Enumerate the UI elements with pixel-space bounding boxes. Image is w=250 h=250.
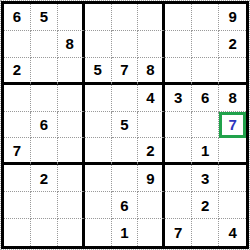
cell-r4c2[interactable] bbox=[31, 85, 58, 112]
cell-r5c5[interactable]: 5 bbox=[112, 112, 139, 139]
cell-r6c3[interactable] bbox=[58, 138, 85, 165]
cell-r8c4[interactable] bbox=[85, 192, 112, 219]
cell-r1c3[interactable] bbox=[58, 4, 85, 31]
cell-r9c3[interactable] bbox=[58, 219, 85, 246]
cell-r4c4[interactable] bbox=[85, 85, 112, 112]
cell-r4c8[interactable]: 6 bbox=[192, 85, 219, 112]
cell-r1c6[interactable] bbox=[138, 4, 165, 31]
cell-r6c7[interactable] bbox=[165, 138, 192, 165]
cell-r5c7[interactable] bbox=[165, 112, 192, 139]
selected-cell-r5c9[interactable]: 7 bbox=[219, 112, 246, 139]
cell-r6c4[interactable] bbox=[85, 138, 112, 165]
cell-r2c5[interactable] bbox=[112, 31, 139, 58]
cell-r7c9[interactable] bbox=[219, 165, 246, 192]
cell-r7c3[interactable] bbox=[58, 165, 85, 192]
cell-r8c3[interactable] bbox=[58, 192, 85, 219]
sudoku-board: 659822578436865772129362174 bbox=[1, 1, 249, 249]
cell-r5c1[interactable] bbox=[4, 112, 31, 139]
cell-r9c4[interactable] bbox=[85, 219, 112, 246]
cell-r1c1[interactable]: 6 bbox=[4, 4, 31, 31]
cell-r9c1[interactable] bbox=[4, 219, 31, 246]
cell-r6c1[interactable]: 7 bbox=[4, 138, 31, 165]
cell-r2c1[interactable] bbox=[4, 31, 31, 58]
cell-r9c2[interactable] bbox=[31, 219, 58, 246]
cell-r3c3[interactable] bbox=[58, 58, 85, 85]
cell-r4c9[interactable]: 8 bbox=[219, 85, 246, 112]
cell-r1c9[interactable]: 9 bbox=[219, 4, 246, 31]
cell-r6c5[interactable] bbox=[112, 138, 139, 165]
cell-r6c8[interactable]: 1 bbox=[192, 138, 219, 165]
cell-r1c5[interactable] bbox=[112, 4, 139, 31]
cell-r2c4[interactable] bbox=[85, 31, 112, 58]
cell-r1c2[interactable]: 5 bbox=[31, 4, 58, 31]
cell-r2c9[interactable]: 2 bbox=[219, 31, 246, 58]
cell-r2c8[interactable] bbox=[192, 31, 219, 58]
cell-r4c3[interactable] bbox=[58, 85, 85, 112]
cell-r3c4[interactable]: 5 bbox=[85, 58, 112, 85]
cell-r8c7[interactable] bbox=[165, 192, 192, 219]
cell-r3c2[interactable] bbox=[31, 58, 58, 85]
cell-r5c3[interactable] bbox=[58, 112, 85, 139]
cell-r4c7[interactable]: 3 bbox=[165, 85, 192, 112]
cell-r2c2[interactable] bbox=[31, 31, 58, 58]
cell-r3c8[interactable] bbox=[192, 58, 219, 85]
sudoku-board-frame: 659822578436865772129362174 bbox=[0, 0, 250, 250]
cell-r4c6[interactable]: 4 bbox=[138, 85, 165, 112]
cell-r2c3[interactable]: 8 bbox=[58, 31, 85, 58]
cell-r7c4[interactable] bbox=[85, 165, 112, 192]
cell-r4c5[interactable] bbox=[112, 85, 139, 112]
cell-r7c6[interactable]: 9 bbox=[138, 165, 165, 192]
cell-r8c8[interactable]: 2 bbox=[192, 192, 219, 219]
cell-r3c9[interactable] bbox=[219, 58, 246, 85]
cell-r3c5[interactable]: 7 bbox=[112, 58, 139, 85]
cell-r8c9[interactable] bbox=[219, 192, 246, 219]
cell-r1c7[interactable] bbox=[165, 4, 192, 31]
cell-r7c1[interactable] bbox=[4, 165, 31, 192]
cell-r9c9[interactable]: 4 bbox=[219, 219, 246, 246]
cell-r7c7[interactable] bbox=[165, 165, 192, 192]
cell-r9c5[interactable]: 1 bbox=[112, 219, 139, 246]
cell-r1c4[interactable] bbox=[85, 4, 112, 31]
cell-r3c1[interactable]: 2 bbox=[4, 58, 31, 85]
cell-r7c8[interactable]: 3 bbox=[192, 165, 219, 192]
cell-r3c6[interactable]: 8 bbox=[138, 58, 165, 85]
cell-r8c5[interactable]: 6 bbox=[112, 192, 139, 219]
cell-r5c8[interactable] bbox=[192, 112, 219, 139]
cell-r6c2[interactable] bbox=[31, 138, 58, 165]
cell-r9c7[interactable]: 7 bbox=[165, 219, 192, 246]
cell-r5c2[interactable]: 6 bbox=[31, 112, 58, 139]
cell-r9c8[interactable] bbox=[192, 219, 219, 246]
cell-r4c1[interactable] bbox=[4, 85, 31, 112]
cell-r1c8[interactable] bbox=[192, 4, 219, 31]
cell-r7c5[interactable] bbox=[112, 165, 139, 192]
cell-r8c6[interactable] bbox=[138, 192, 165, 219]
cell-r2c6[interactable] bbox=[138, 31, 165, 58]
cell-r6c6[interactable]: 2 bbox=[138, 138, 165, 165]
cell-r8c2[interactable] bbox=[31, 192, 58, 219]
cell-r8c1[interactable] bbox=[4, 192, 31, 219]
cell-r9c6[interactable] bbox=[138, 219, 165, 246]
cell-r7c2[interactable]: 2 bbox=[31, 165, 58, 192]
cell-r5c4[interactable] bbox=[85, 112, 112, 139]
cell-r3c7[interactable] bbox=[165, 58, 192, 85]
cell-r5c6[interactable] bbox=[138, 112, 165, 139]
cell-r2c7[interactable] bbox=[165, 31, 192, 58]
cell-r6c9[interactable] bbox=[219, 138, 246, 165]
